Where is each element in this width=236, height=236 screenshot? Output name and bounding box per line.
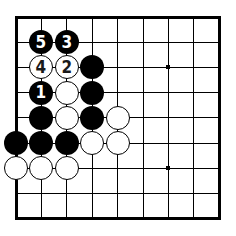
move-number-label: 1 — [36, 84, 47, 101]
grid-line-horizontal — [15, 193, 221, 194]
stone-black-C8: 3 — [55, 30, 79, 54]
stone-black-D7 — [80, 55, 104, 79]
stone-white-B3 — [29, 156, 53, 180]
move-number-label: 5 — [36, 34, 47, 51]
stone-white-E4 — [106, 131, 130, 155]
go-diagram: 53421 — [0, 0, 236, 236]
stone-white-B7: 4 — [29, 55, 53, 79]
grid-line-vertical — [193, 16, 194, 221]
stone-white-C6 — [55, 81, 79, 105]
grid-line-vertical — [218, 16, 221, 221]
grid-line-vertical — [143, 16, 144, 221]
stone-black-B8: 5 — [29, 30, 53, 54]
stone-white-C3 — [55, 156, 79, 180]
star-point — [166, 65, 170, 69]
grid-line-horizontal — [15, 217, 221, 220]
go-board: 53421 — [0, 0, 236, 236]
stone-white-E5 — [106, 106, 130, 130]
stone-black-B5 — [29, 106, 53, 130]
stone-black-D6 — [80, 81, 104, 105]
stone-white-D4 — [80, 131, 104, 155]
stone-white-A3 — [4, 156, 28, 180]
stone-black-A4 — [4, 131, 28, 155]
move-number-label: 2 — [61, 59, 72, 76]
grid-line-vertical — [168, 16, 169, 221]
stone-white-C5 — [55, 106, 79, 130]
move-number-label: 4 — [36, 59, 47, 76]
move-number-label: 3 — [61, 34, 72, 51]
stone-black-B6: 1 — [29, 81, 53, 105]
stone-black-B4 — [29, 131, 53, 155]
stone-white-C7: 2 — [55, 55, 79, 79]
stone-black-C4 — [55, 131, 79, 155]
star-point — [166, 166, 170, 170]
stone-black-D5 — [80, 106, 104, 130]
